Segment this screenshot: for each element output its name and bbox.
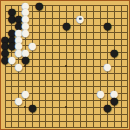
grid-line-vertical — [114, 5, 115, 129]
white-stone: ● — [77, 15, 84, 22]
white-stone: ● — [15, 97, 22, 104]
white-stone: ● — [22, 90, 29, 97]
grid-line-horizontal — [5, 80, 129, 81]
grid-line-horizontal — [5, 121, 129, 122]
grid-line-vertical — [100, 5, 101, 129]
go-board[interactable]: ●●●●●●●●●●●●●●●●●●●●●●●●●●●●●●●●●●●●●● — [0, 0, 130, 130]
white-stone: ● — [15, 63, 22, 70]
black-stone: ● — [22, 56, 29, 63]
grid-line-horizontal — [5, 114, 129, 115]
grid-line-vertical — [127, 5, 128, 129]
grid-line-horizontal — [5, 127, 129, 128]
black-stone: ● — [63, 22, 70, 29]
black-stone: ● — [111, 49, 118, 56]
last-move-marker — [79, 17, 81, 19]
grid-line-vertical — [73, 5, 74, 129]
grid-line-vertical — [121, 5, 122, 129]
grid-line-vertical — [93, 5, 94, 129]
black-stone: ● — [29, 104, 36, 111]
white-stone: ● — [97, 90, 104, 97]
white-stone: ● — [104, 63, 111, 70]
black-stone: ● — [104, 22, 111, 29]
grid-line-horizontal — [5, 73, 129, 74]
black-stone: ● — [104, 104, 111, 111]
white-stone: ● — [22, 29, 29, 36]
black-stone: ● — [36, 2, 43, 9]
grid-line-vertical — [86, 5, 87, 129]
